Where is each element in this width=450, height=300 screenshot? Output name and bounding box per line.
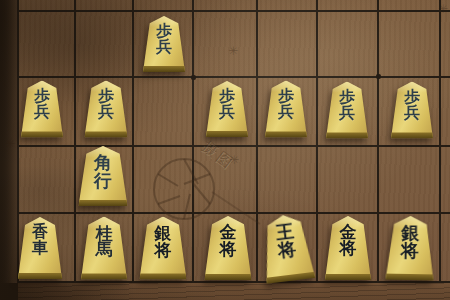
grid-line-vertical bbox=[132, 0, 134, 283]
grid-line-horizontal bbox=[18, 212, 450, 214]
piece-kanji: 歩兵 bbox=[85, 81, 128, 138]
piece-kanji-bottom: 将 bbox=[401, 242, 419, 260]
piece-face: 角行 bbox=[79, 146, 128, 206]
piece-silver[interactable]: 銀将 bbox=[385, 216, 434, 281]
grid-line-horizontal bbox=[18, 281, 450, 283]
board-bottom-edge bbox=[0, 283, 450, 300]
piece-face: 金将 bbox=[205, 216, 252, 280]
piece-face: 歩兵 bbox=[85, 81, 128, 138]
piece-pawn[interactable]: 歩兵 bbox=[21, 81, 63, 138]
piece-kanji: 桂馬 bbox=[81, 217, 127, 280]
piece-face: 歩兵 bbox=[143, 16, 185, 72]
piece-kanji-bottom: 将 bbox=[340, 240, 357, 257]
piece-kanji: 歩兵 bbox=[391, 82, 433, 139]
piece-lance[interactable]: 香車 bbox=[18, 217, 62, 279]
piece-kanji-bottom: 兵 bbox=[278, 103, 294, 119]
piece-face: 王将 bbox=[259, 212, 316, 283]
grid-line-vertical bbox=[439, 0, 441, 283]
piece-face: 歩兵 bbox=[391, 82, 433, 139]
piece-bishop[interactable]: 角行 bbox=[79, 146, 128, 206]
grid-line-vertical bbox=[74, 0, 76, 283]
piece-king[interactable]: 王将 bbox=[259, 212, 316, 283]
piece-kanji-bottom: 将 bbox=[277, 240, 297, 260]
piece-kanji: 歩兵 bbox=[21, 81, 63, 138]
piece-pawn[interactable]: 歩兵 bbox=[265, 81, 307, 138]
star-point bbox=[191, 75, 196, 80]
piece-silver[interactable]: 銀将 bbox=[140, 217, 187, 280]
piece-pawn[interactable]: 歩兵 bbox=[391, 82, 433, 139]
board-left-edge bbox=[0, 0, 18, 283]
grid-line-horizontal bbox=[18, 10, 450, 12]
piece-kanji-bottom: 兵 bbox=[98, 103, 114, 119]
piece-kanji-bottom: 兵 bbox=[219, 104, 235, 120]
piece-kanji-bottom: 将 bbox=[220, 241, 237, 258]
piece-gold[interactable]: 金将 bbox=[325, 216, 371, 280]
piece-kanji: 歩兵 bbox=[265, 81, 307, 138]
piece-kanji-bottom: 兵 bbox=[404, 104, 420, 120]
piece-face: 桂馬 bbox=[81, 217, 127, 280]
piece-knight[interactable]: 桂馬 bbox=[81, 217, 127, 280]
piece-kanji: 角行 bbox=[79, 146, 128, 206]
piece-gold[interactable]: 金将 bbox=[205, 216, 252, 280]
piece-kanji-bottom: 兵 bbox=[34, 103, 50, 119]
piece-kanji: 香車 bbox=[18, 217, 62, 279]
piece-kanji-bottom: 兵 bbox=[339, 104, 355, 120]
piece-face: 銀将 bbox=[385, 216, 434, 281]
piece-kanji: 金将 bbox=[325, 216, 371, 280]
piece-kanji-bottom: 将 bbox=[155, 241, 172, 258]
grid-line-vertical bbox=[192, 0, 194, 283]
grid-line-vertical bbox=[256, 0, 258, 283]
piece-pawn[interactable]: 歩兵 bbox=[206, 81, 248, 137]
piece-kanji-bottom: 兵 bbox=[156, 39, 172, 55]
piece-face: 歩兵 bbox=[326, 82, 368, 139]
grid-line-vertical bbox=[316, 0, 318, 283]
piece-face: 金将 bbox=[325, 216, 371, 280]
piece-face: 歩兵 bbox=[21, 81, 63, 138]
piece-face: 銀将 bbox=[140, 217, 187, 280]
piece-pawn[interactable]: 歩兵 bbox=[143, 16, 185, 72]
piece-face: 香車 bbox=[18, 217, 62, 279]
piece-pawn[interactable]: 歩兵 bbox=[85, 81, 128, 138]
piece-face: 歩兵 bbox=[265, 81, 307, 138]
grid-line-horizontal bbox=[18, 76, 450, 78]
piece-kanji: 歩兵 bbox=[326, 82, 368, 139]
piece-kanji: 銀将 bbox=[385, 216, 434, 281]
piece-kanji: 王将 bbox=[259, 212, 316, 283]
piece-kanji: 金将 bbox=[205, 216, 252, 280]
star-point bbox=[376, 74, 381, 79]
grid-line-vertical bbox=[377, 0, 379, 283]
piece-pawn[interactable]: 歩兵 bbox=[326, 82, 368, 139]
shogi-board-photo: 摄图 ✳ ✳ ✳ ✳ 歩兵歩兵歩兵歩兵歩兵歩兵歩兵角行香車桂馬銀将金将王将金将銀… bbox=[0, 0, 450, 300]
piece-kanji: 歩兵 bbox=[206, 81, 248, 137]
piece-kanji: 歩兵 bbox=[143, 16, 185, 72]
piece-kanji-bottom: 行 bbox=[94, 172, 112, 190]
piece-kanji-bottom: 車 bbox=[32, 240, 48, 256]
piece-kanji-bottom: 馬 bbox=[96, 241, 113, 258]
piece-face: 歩兵 bbox=[206, 81, 248, 137]
piece-kanji: 銀将 bbox=[140, 217, 187, 280]
board-corner-shadow bbox=[0, 283, 18, 300]
